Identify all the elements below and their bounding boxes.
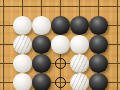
intersection-r5c6[interactable] [89,73,108,90]
intersection-r4c2[interactable] [13,54,32,73]
go-grid [0,0,120,90]
circle-marker-icon [55,58,66,69]
intersection-r3c2[interactable] [13,35,32,54]
intersection-r1c5[interactable] [70,0,89,16]
black-stone [89,35,108,54]
white-stone [13,35,32,54]
intersection-r2c2[interactable] [13,16,32,35]
intersection-r2c3[interactable] [32,16,51,35]
intersection-r5c7[interactable] [108,73,120,90]
black-stone [32,54,51,73]
intersection-r4c7[interactable] [108,54,120,73]
intersection-r3c6[interactable] [89,35,108,54]
black-stone [51,16,70,35]
black-stone [89,54,108,73]
black-stone [89,73,108,90]
intersection-r1c4[interactable] [51,0,70,16]
intersection-r3c1[interactable] [0,35,13,54]
intersection-r4c4[interactable] [51,54,70,73]
intersection-r5c4[interactable] [51,73,70,90]
black-stone [89,16,108,35]
go-board [0,0,120,90]
white-stone [51,35,70,54]
intersection-r2c4[interactable] [51,16,70,35]
intersection-r1c3[interactable] [32,0,51,16]
white-stone [70,35,89,54]
white-stone [70,54,89,73]
intersection-r5c1[interactable] [0,73,13,90]
white-stone [13,73,32,90]
white-stone [13,54,32,73]
intersection-r5c3[interactable] [32,73,51,90]
intersection-r3c4[interactable] [51,35,70,54]
intersection-r3c7[interactable] [108,35,120,54]
circle-marker-icon [55,77,66,88]
intersection-r5c5[interactable] [70,73,89,90]
black-stone [32,73,51,90]
intersection-r2c6[interactable] [89,16,108,35]
intersection-r2c5[interactable] [70,16,89,35]
intersection-r2c7[interactable] [108,16,120,35]
intersection-r4c1[interactable] [0,54,13,73]
intersection-r1c2[interactable] [13,0,32,16]
intersection-r3c3[interactable] [32,35,51,54]
intersection-r5c2[interactable] [13,73,32,90]
white-stone [70,73,89,90]
intersection-r1c1[interactable] [0,0,13,16]
white-stone [13,16,32,35]
intersection-r4c6[interactable] [89,54,108,73]
white-stone [32,16,51,35]
intersection-r1c6[interactable] [89,0,108,16]
screenshot [0,0,120,90]
black-stone [32,35,51,54]
intersection-r2c1[interactable] [0,16,13,35]
intersection-r3c5[interactable] [70,35,89,54]
intersection-r4c5[interactable] [70,54,89,73]
black-stone [70,16,89,35]
intersection-r1c7[interactable] [108,0,120,16]
intersection-r4c3[interactable] [32,54,51,73]
